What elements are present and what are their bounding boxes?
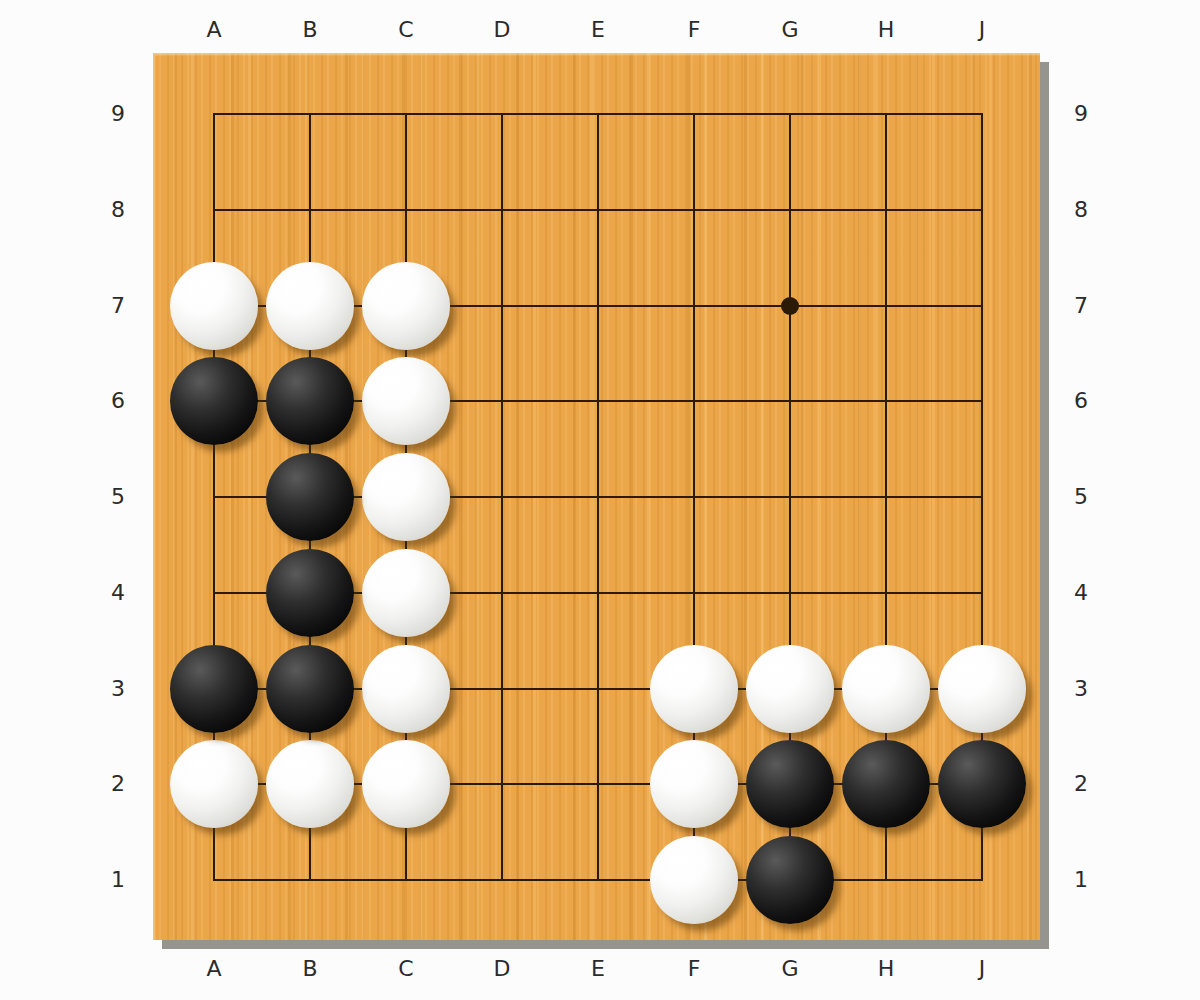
coord-label-top-E: E xyxy=(591,19,605,41)
coord-label-left-7: 7 xyxy=(111,295,125,317)
stone-white-F3 xyxy=(650,645,738,733)
stone-black-G2 xyxy=(746,740,834,828)
stone-white-C6 xyxy=(362,357,450,445)
coord-label-bottom-J: J xyxy=(979,958,986,980)
coord-label-top-H: H xyxy=(878,19,895,41)
coord-label-bottom-E: E xyxy=(591,958,605,980)
coord-label-top-F: F xyxy=(688,19,701,41)
coord-label-bottom-F: F xyxy=(688,958,701,980)
stone-white-C4 xyxy=(362,549,450,637)
coord-label-right-5: 5 xyxy=(1074,486,1088,508)
stone-black-B6 xyxy=(266,357,354,445)
coord-label-top-D: D xyxy=(494,19,511,41)
coord-label-left-3: 3 xyxy=(111,678,125,700)
coord-label-bottom-H: H xyxy=(878,958,895,980)
coord-label-left-1: 1 xyxy=(111,869,125,891)
coord-label-bottom-B: B xyxy=(302,958,317,980)
coord-label-bottom-G: G xyxy=(781,958,798,980)
coord-label-bottom-D: D xyxy=(494,958,511,980)
coord-label-top-G: G xyxy=(781,19,798,41)
coord-label-right-3: 3 xyxy=(1074,678,1088,700)
stone-black-B4 xyxy=(266,549,354,637)
coord-label-right-8: 8 xyxy=(1074,199,1088,221)
coord-label-top-J: J xyxy=(979,19,986,41)
go-diagram: AABBCCDDEEFFGGHHJJ998877665544332211 xyxy=(0,0,1200,1000)
stone-white-B2 xyxy=(266,740,354,828)
coord-label-left-6: 6 xyxy=(111,390,125,412)
stone-white-J3 xyxy=(938,645,1026,733)
stone-white-C2 xyxy=(362,740,450,828)
coord-label-right-9: 9 xyxy=(1074,103,1088,125)
coord-label-top-B: B xyxy=(302,19,317,41)
stone-white-H3 xyxy=(842,645,930,733)
stone-white-G3 xyxy=(746,645,834,733)
stone-white-C5 xyxy=(362,453,450,541)
coord-label-bottom-C: C xyxy=(398,958,413,980)
coord-label-left-4: 4 xyxy=(111,582,125,604)
coord-label-right-7: 7 xyxy=(1074,295,1088,317)
stone-black-H2 xyxy=(842,740,930,828)
coord-label-top-C: C xyxy=(398,19,413,41)
stone-black-A6 xyxy=(170,357,258,445)
coord-label-left-5: 5 xyxy=(111,486,125,508)
coord-label-left-9: 9 xyxy=(111,103,125,125)
coord-label-right-6: 6 xyxy=(1074,390,1088,412)
stone-white-A7 xyxy=(170,262,258,350)
stone-black-B3 xyxy=(266,645,354,733)
go-board xyxy=(153,53,1040,940)
coord-label-right-1: 1 xyxy=(1074,869,1088,891)
stone-white-C7 xyxy=(362,262,450,350)
star-point-G7 xyxy=(781,297,799,315)
stone-black-G1 xyxy=(746,836,834,924)
grid-line-horizontal-1 xyxy=(213,879,983,881)
stone-white-C3 xyxy=(362,645,450,733)
stone-black-J2 xyxy=(938,740,1026,828)
stone-white-F1 xyxy=(650,836,738,924)
coord-label-left-2: 2 xyxy=(111,773,125,795)
stone-white-B7 xyxy=(266,262,354,350)
stone-white-F2 xyxy=(650,740,738,828)
coord-label-bottom-A: A xyxy=(206,958,221,980)
stone-black-A3 xyxy=(170,645,258,733)
coord-label-top-A: A xyxy=(206,19,221,41)
coord-label-right-2: 2 xyxy=(1074,773,1088,795)
stone-white-A2 xyxy=(170,740,258,828)
coord-label-left-8: 8 xyxy=(111,199,125,221)
stone-black-B5 xyxy=(266,453,354,541)
coord-label-right-4: 4 xyxy=(1074,582,1088,604)
